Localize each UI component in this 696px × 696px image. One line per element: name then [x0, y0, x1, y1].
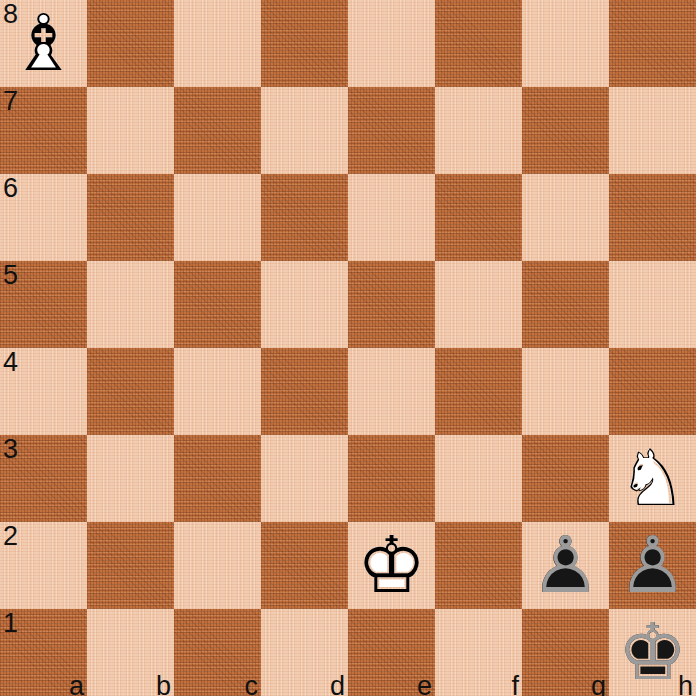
piece-outline-layer: ♔: [609, 609, 696, 696]
square-e3[interactable]: [348, 435, 435, 522]
file-label-a: a: [69, 673, 84, 696]
white-bishop-icon[interactable]: ♝♗: [0, 0, 87, 87]
white-knight-icon[interactable]: ♞♘: [609, 435, 696, 522]
black-pawn-icon[interactable]: ♟♙: [609, 522, 696, 609]
square-f7[interactable]: [435, 87, 522, 174]
square-b6[interactable]: [87, 174, 174, 261]
piece-outline-layer: ♔: [348, 522, 435, 609]
square-d1[interactable]: d: [261, 609, 348, 696]
square-e4[interactable]: [348, 348, 435, 435]
chess-board: 8♝♗76543♞♘2♚♔♟♙♟♙1abcdefgh♚♔: [0, 0, 696, 696]
square-g1[interactable]: g: [522, 609, 609, 696]
square-d8[interactable]: [261, 0, 348, 87]
square-c5[interactable]: [174, 261, 261, 348]
square-h4[interactable]: [609, 348, 696, 435]
square-a4[interactable]: 4: [0, 348, 87, 435]
square-h7[interactable]: [609, 87, 696, 174]
rank-label-1: 1: [3, 610, 18, 637]
file-label-d: d: [330, 673, 345, 696]
square-e6[interactable]: [348, 174, 435, 261]
square-b1[interactable]: b: [87, 609, 174, 696]
square-a2[interactable]: 2: [0, 522, 87, 609]
file-label-e: e: [417, 673, 432, 696]
square-f5[interactable]: [435, 261, 522, 348]
square-e7[interactable]: [348, 87, 435, 174]
file-label-b: b: [156, 673, 171, 696]
square-e8[interactable]: [348, 0, 435, 87]
square-d4[interactable]: [261, 348, 348, 435]
square-c1[interactable]: c: [174, 609, 261, 696]
piece-outline-layer: ♗: [0, 0, 87, 87]
square-f4[interactable]: [435, 348, 522, 435]
square-b8[interactable]: [87, 0, 174, 87]
piece-outline-layer: ♙: [609, 522, 696, 609]
square-f6[interactable]: [435, 174, 522, 261]
square-c6[interactable]: [174, 174, 261, 261]
square-h5[interactable]: [609, 261, 696, 348]
rank-label-7: 7: [3, 88, 18, 115]
rank-label-4: 4: [3, 349, 18, 376]
square-g2[interactable]: ♟♙: [522, 522, 609, 609]
square-e2[interactable]: ♚♔: [348, 522, 435, 609]
square-h3[interactable]: ♞♘: [609, 435, 696, 522]
rank-label-6: 6: [3, 175, 18, 202]
square-d6[interactable]: [261, 174, 348, 261]
square-b4[interactable]: [87, 348, 174, 435]
square-e1[interactable]: e: [348, 609, 435, 696]
square-b3[interactable]: [87, 435, 174, 522]
square-a8[interactable]: 8♝♗: [0, 0, 87, 87]
square-f8[interactable]: [435, 0, 522, 87]
white-king-icon[interactable]: ♚♔: [348, 522, 435, 609]
square-c8[interactable]: [174, 0, 261, 87]
square-b5[interactable]: [87, 261, 174, 348]
square-e5[interactable]: [348, 261, 435, 348]
square-g6[interactable]: [522, 174, 609, 261]
square-f3[interactable]: [435, 435, 522, 522]
square-a5[interactable]: 5: [0, 261, 87, 348]
square-c3[interactable]: [174, 435, 261, 522]
rank-label-2: 2: [3, 523, 18, 550]
square-d2[interactable]: [261, 522, 348, 609]
square-g5[interactable]: [522, 261, 609, 348]
file-label-g: g: [591, 673, 606, 696]
square-d3[interactable]: [261, 435, 348, 522]
square-a6[interactable]: 6: [0, 174, 87, 261]
square-a1[interactable]: 1a: [0, 609, 87, 696]
file-label-c: c: [245, 673, 259, 696]
black-king-icon[interactable]: ♚♔: [609, 609, 696, 696]
square-g3[interactable]: [522, 435, 609, 522]
square-g8[interactable]: [522, 0, 609, 87]
black-pawn-icon[interactable]: ♟♙: [522, 522, 609, 609]
square-g4[interactable]: [522, 348, 609, 435]
square-g7[interactable]: [522, 87, 609, 174]
square-h6[interactable]: [609, 174, 696, 261]
rank-label-3: 3: [3, 436, 18, 463]
square-h8[interactable]: [609, 0, 696, 87]
square-f1[interactable]: f: [435, 609, 522, 696]
square-a3[interactable]: 3: [0, 435, 87, 522]
square-f2[interactable]: [435, 522, 522, 609]
square-h2[interactable]: ♟♙: [609, 522, 696, 609]
square-b2[interactable]: [87, 522, 174, 609]
square-d7[interactable]: [261, 87, 348, 174]
square-d5[interactable]: [261, 261, 348, 348]
square-a7[interactable]: 7: [0, 87, 87, 174]
file-label-f: f: [511, 673, 519, 696]
square-c2[interactable]: [174, 522, 261, 609]
square-b7[interactable]: [87, 87, 174, 174]
piece-outline-layer: ♘: [609, 435, 696, 522]
square-c4[interactable]: [174, 348, 261, 435]
square-c7[interactable]: [174, 87, 261, 174]
square-h1[interactable]: h♚♔: [609, 609, 696, 696]
rank-label-5: 5: [3, 262, 18, 289]
piece-outline-layer: ♙: [522, 522, 609, 609]
